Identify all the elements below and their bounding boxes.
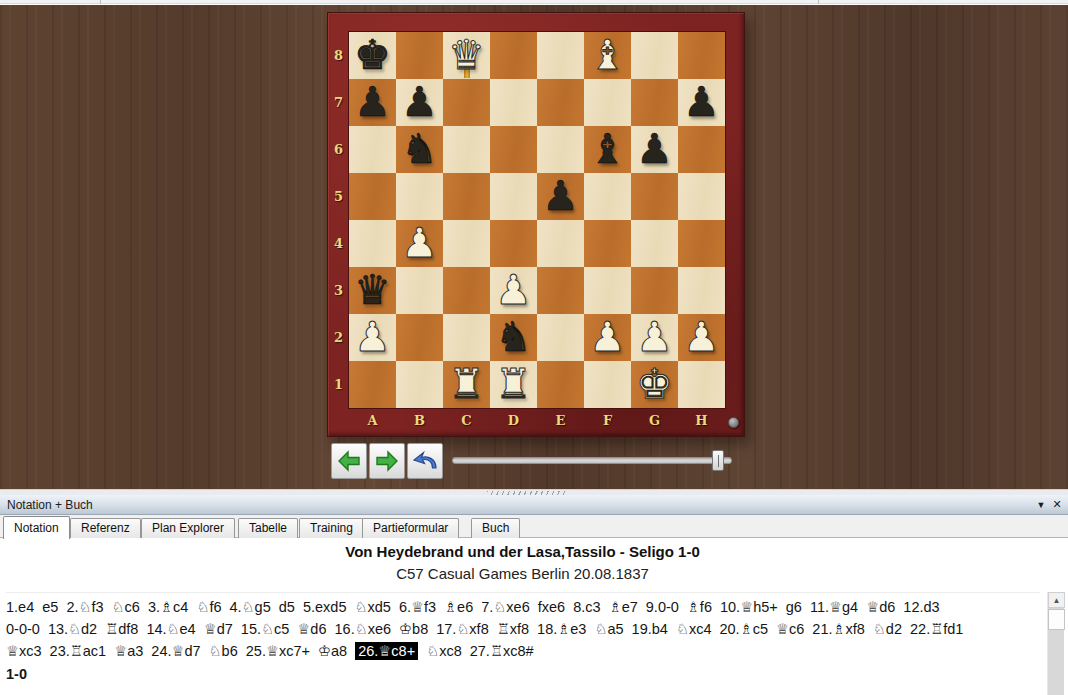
notation-content: Von Heydebrand und der Lasa,Tassilo - Se… bbox=[0, 538, 1068, 695]
square-g3[interactable] bbox=[631, 267, 678, 314]
move-line-1[interactable]: 1.e4 e5 2.♘f3 ♘c6 3.♗c4 ♘f6 4.♘g5 d5 5.e… bbox=[6, 596, 1040, 618]
square-h4[interactable] bbox=[678, 220, 725, 267]
piece-wp-h2: ♟ bbox=[678, 314, 725, 361]
tab-partieformular[interactable]: Partieformular bbox=[362, 518, 459, 538]
square-d5[interactable] bbox=[490, 173, 537, 220]
file-label-E: E bbox=[537, 409, 584, 435]
square-c1[interactable]: ♜ bbox=[443, 361, 490, 408]
piece-wp-a2: ♟ bbox=[349, 314, 396, 361]
rank-label-8: 8 bbox=[328, 32, 349, 79]
square-c4[interactable] bbox=[443, 220, 490, 267]
square-f6[interactable]: ♝ bbox=[584, 126, 631, 173]
file-label-G: G bbox=[631, 409, 678, 435]
panel-title: Notation + Buch bbox=[7, 498, 93, 512]
close-icon[interactable]: ✕ bbox=[1050, 497, 1064, 511]
square-f1[interactable] bbox=[584, 361, 631, 408]
left-arrow-icon bbox=[336, 448, 362, 474]
square-b2[interactable] bbox=[396, 314, 443, 361]
square-h8[interactable] bbox=[678, 32, 725, 79]
piece-bp-b7: ♟ bbox=[396, 79, 443, 126]
rank-label-1: 1 bbox=[328, 361, 349, 408]
tab-notation[interactable]: Notation bbox=[3, 516, 70, 539]
piece-bp-a7: ♟ bbox=[349, 79, 396, 126]
chevron-down-icon[interactable]: ▼ bbox=[1034, 498, 1048, 512]
move-line-3[interactable]: ♕xc3 23.♖ac1 ♕a3 24.♕d7 ♘b6 25.♕xc7+ ♔a8… bbox=[6, 640, 1040, 662]
move-list: 1.e4 e5 2.♘f3 ♘c6 3.♗c4 ♘f6 4.♘g5 d5 5.e… bbox=[6, 592, 1040, 685]
rank-label-6: 6 bbox=[328, 126, 349, 173]
square-c7[interactable] bbox=[443, 79, 490, 126]
square-h5[interactable] bbox=[678, 173, 725, 220]
piece-wb-f8: ♝ bbox=[584, 32, 631, 79]
square-d1[interactable]: ♜ bbox=[490, 361, 537, 408]
piece-wp-f2: ♟ bbox=[584, 314, 631, 361]
game-result: 1-0 bbox=[6, 663, 1040, 685]
takeback-button[interactable] bbox=[407, 443, 443, 479]
tab-tabelle[interactable]: Tabelle bbox=[238, 518, 298, 538]
square-b1[interactable] bbox=[396, 361, 443, 408]
square-a7[interactable]: ♟ bbox=[349, 79, 396, 126]
square-f3[interactable] bbox=[584, 267, 631, 314]
piece-wp-b4: ♟ bbox=[396, 220, 443, 267]
square-d2[interactable]: ♞ bbox=[490, 314, 537, 361]
square-f4[interactable] bbox=[584, 220, 631, 267]
toolbar-divider bbox=[100, 0, 101, 4]
moves-before-current[interactable]: ♕xc3 23.♖ac1 ♕a3 24.♕d7 ♘b6 25.♕xc7+ ♔a8 bbox=[6, 643, 355, 659]
square-h6[interactable] bbox=[678, 126, 725, 173]
square-c3[interactable] bbox=[443, 267, 490, 314]
tab-referenz[interactable]: Referenz bbox=[70, 518, 141, 538]
square-a3[interactable]: ♛ bbox=[349, 267, 396, 314]
square-a1[interactable] bbox=[349, 361, 396, 408]
square-h3[interactable] bbox=[678, 267, 725, 314]
file-label-H: H bbox=[678, 409, 725, 435]
square-g5[interactable] bbox=[631, 173, 678, 220]
rank-label-3: 3 bbox=[328, 267, 349, 314]
previous-move-button[interactable] bbox=[331, 443, 367, 479]
square-e1[interactable] bbox=[537, 361, 584, 408]
tab-training[interactable]: Training bbox=[299, 518, 364, 538]
square-c6[interactable] bbox=[443, 126, 490, 173]
square-d4[interactable] bbox=[490, 220, 537, 267]
square-g1[interactable]: ♚ bbox=[631, 361, 678, 408]
board-corner-pin bbox=[728, 417, 739, 428]
toolbar-divider bbox=[818, 0, 819, 4]
piece-wp-g2: ♟ bbox=[631, 314, 678, 361]
piece-wk-g1: ♚ bbox=[631, 361, 678, 408]
current-move-highlight[interactable]: 26.♕c8+ bbox=[355, 642, 418, 660]
file-label-F: F bbox=[584, 409, 631, 435]
piece-bp-h7: ♟ bbox=[678, 79, 725, 126]
square-h7[interactable]: ♟ bbox=[678, 79, 725, 126]
game-event-info: C57 Casual Games Berlin 20.08.1837 bbox=[0, 565, 1045, 582]
square-d8[interactable] bbox=[490, 32, 537, 79]
square-g2[interactable]: ♟ bbox=[631, 314, 678, 361]
square-d7[interactable] bbox=[490, 79, 537, 126]
square-b8[interactable] bbox=[396, 32, 443, 79]
application-window: ♚♛♝♟♟♟♞♝♟♟♟♛♟♟♞♟♟♟♜♜♚ 87654321 ABCDEFGH bbox=[0, 0, 1068, 695]
square-e7[interactable] bbox=[537, 79, 584, 126]
chess-board[interactable]: ♚♛♝♟♟♟♞♝♟♟♟♛♟♟♞♟♟♟♜♜♚ bbox=[349, 32, 725, 408]
square-g6[interactable]: ♟ bbox=[631, 126, 678, 173]
square-a2[interactable]: ♟ bbox=[349, 314, 396, 361]
square-f2[interactable]: ♟ bbox=[584, 314, 631, 361]
undo-curved-arrow-icon bbox=[411, 448, 439, 474]
square-c5[interactable] bbox=[443, 173, 490, 220]
square-g7[interactable] bbox=[631, 79, 678, 126]
piece-wr-d1: ♜ bbox=[490, 361, 537, 408]
right-arrow-icon bbox=[374, 448, 400, 474]
square-b7[interactable]: ♟ bbox=[396, 79, 443, 126]
square-e6[interactable] bbox=[537, 126, 584, 173]
rank-label-4: 4 bbox=[328, 220, 349, 267]
tab-plan-explorer[interactable]: Plan Explorer bbox=[141, 518, 235, 538]
square-a4[interactable] bbox=[349, 220, 396, 267]
game-position-slider-thumb[interactable] bbox=[712, 450, 724, 471]
piece-bn-d2: ♞ bbox=[490, 314, 537, 361]
square-e3[interactable] bbox=[537, 267, 584, 314]
moves-after-current[interactable]: ♘xc8 27.♖xc8# bbox=[418, 643, 533, 659]
square-e8[interactable] bbox=[537, 32, 584, 79]
square-f8[interactable]: ♝ bbox=[584, 32, 631, 79]
square-b6[interactable]: ♞ bbox=[396, 126, 443, 173]
scrollbar-thumb[interactable] bbox=[1048, 609, 1065, 630]
notation-scrollbar[interactable]: ▲ bbox=[1047, 592, 1064, 695]
square-e4[interactable] bbox=[537, 220, 584, 267]
scroll-up-arrow-icon[interactable]: ▲ bbox=[1048, 592, 1065, 608]
square-b5[interactable] bbox=[396, 173, 443, 220]
square-h1[interactable] bbox=[678, 361, 725, 408]
move-line-2[interactable]: 0-0-0 13.♘d2 ♖df8 14.♘e4 ♕d7 15.♘c5 ♕d6 … bbox=[6, 618, 1040, 640]
square-a5[interactable] bbox=[349, 173, 396, 220]
file-label-B: B bbox=[396, 409, 443, 435]
square-d3[interactable]: ♟ bbox=[490, 267, 537, 314]
game-players-result: Von Heydebrand und der Lasa,Tassilo - Se… bbox=[0, 543, 1045, 560]
square-e5[interactable]: ♟ bbox=[537, 173, 584, 220]
square-g4[interactable] bbox=[631, 220, 678, 267]
piece-bp-e5: ♟ bbox=[537, 173, 584, 220]
game-position-slider-track[interactable] bbox=[452, 457, 732, 464]
chess-board-frame: ♚♛♝♟♟♟♞♝♟♟♟♛♟♟♞♟♟♟♜♜♚ 87654321 ABCDEFGH bbox=[327, 12, 745, 437]
square-d6[interactable] bbox=[490, 126, 537, 173]
file-label-C: C bbox=[443, 409, 490, 435]
notation-panel-header: Notation + Buch ▼ ✕ bbox=[0, 495, 1068, 515]
notation-tab-strip: Notation Referenz Plan Explorer Tabelle … bbox=[0, 515, 1068, 538]
square-g8[interactable] bbox=[631, 32, 678, 79]
rank-label-2: 2 bbox=[328, 314, 349, 361]
piece-bp-g6: ♟ bbox=[631, 126, 678, 173]
rank-label-7: 7 bbox=[328, 79, 349, 126]
square-h2[interactable]: ♟ bbox=[678, 314, 725, 361]
square-b3[interactable] bbox=[396, 267, 443, 314]
file-label-D: D bbox=[490, 409, 537, 435]
square-f7[interactable] bbox=[584, 79, 631, 126]
square-c8[interactable]: ♛ bbox=[443, 32, 490, 79]
next-move-button[interactable] bbox=[369, 443, 405, 479]
piece-bk-a8: ♚ bbox=[349, 32, 396, 79]
piece-bb-f6: ♝ bbox=[584, 126, 631, 173]
square-b4[interactable]: ♟ bbox=[396, 220, 443, 267]
piece-wp-d3: ♟ bbox=[490, 267, 537, 314]
square-a6[interactable] bbox=[349, 126, 396, 173]
square-e2[interactable] bbox=[537, 314, 584, 361]
square-f5[interactable] bbox=[584, 173, 631, 220]
piece-bq-a3: ♛ bbox=[349, 267, 396, 314]
piece-bn-b6: ♞ bbox=[396, 126, 443, 173]
square-a8[interactable]: ♚ bbox=[349, 32, 396, 79]
piece-wq-c8: ♛ bbox=[443, 32, 490, 79]
piece-wr-c1: ♜ bbox=[443, 361, 490, 408]
rank-label-5: 5 bbox=[328, 173, 349, 220]
square-c2[interactable] bbox=[443, 314, 490, 361]
toolbar-edge-strip bbox=[0, 0, 1068, 4]
tab-buch[interactable]: Buch bbox=[471, 518, 520, 538]
file-label-A: A bbox=[349, 409, 396, 435]
